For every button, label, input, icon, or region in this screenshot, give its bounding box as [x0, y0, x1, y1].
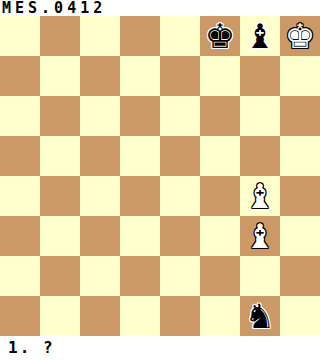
square-b1[interactable]: [40, 296, 80, 336]
square-d4[interactable]: [120, 176, 160, 216]
square-e5[interactable]: [160, 136, 200, 176]
square-h1[interactable]: [280, 296, 320, 336]
header-bar: MES.0412: [0, 0, 320, 16]
square-g3[interactable]: ♝: [240, 216, 280, 256]
square-h6[interactable]: [280, 96, 320, 136]
white-bishop-g3: ♝: [245, 216, 275, 256]
square-f8[interactable]: ♚: [200, 16, 240, 56]
square-e1[interactable]: [160, 296, 200, 336]
square-f4[interactable]: [200, 176, 240, 216]
square-a5[interactable]: [0, 136, 40, 176]
square-c5[interactable]: [80, 136, 120, 176]
square-e7[interactable]: [160, 56, 200, 96]
square-c2[interactable]: [80, 256, 120, 296]
chess-board: ♚♝♚♝♝♞: [0, 16, 320, 336]
square-h8[interactable]: ♚: [280, 16, 320, 56]
square-g8[interactable]: ♝: [240, 16, 280, 56]
black-bishop-g8: ♝: [245, 16, 275, 56]
square-a4[interactable]: [0, 176, 40, 216]
square-d7[interactable]: [120, 56, 160, 96]
footer-bar: 1. ?: [0, 336, 320, 360]
problem-id-label: MES.0412: [2, 0, 106, 16]
square-e4[interactable]: [160, 176, 200, 216]
square-b8[interactable]: [40, 16, 80, 56]
square-b4[interactable]: [40, 176, 80, 216]
square-d3[interactable]: [120, 216, 160, 256]
square-c6[interactable]: [80, 96, 120, 136]
move-prompt-label: 1. ?: [8, 336, 55, 360]
square-h7[interactable]: [280, 56, 320, 96]
square-h5[interactable]: [280, 136, 320, 176]
square-d2[interactable]: [120, 256, 160, 296]
square-e6[interactable]: [160, 96, 200, 136]
square-b5[interactable]: [40, 136, 80, 176]
square-b3[interactable]: [40, 216, 80, 256]
square-b2[interactable]: [40, 256, 80, 296]
square-f2[interactable]: [200, 256, 240, 296]
square-g5[interactable]: [240, 136, 280, 176]
square-c4[interactable]: [80, 176, 120, 216]
square-f3[interactable]: [200, 216, 240, 256]
square-g6[interactable]: [240, 96, 280, 136]
square-h4[interactable]: [280, 176, 320, 216]
square-d6[interactable]: [120, 96, 160, 136]
square-b7[interactable]: [40, 56, 80, 96]
square-a8[interactable]: [0, 16, 40, 56]
square-c8[interactable]: [80, 16, 120, 56]
square-e8[interactable]: [160, 16, 200, 56]
chess-problem-screen: MES.0412 ♚♝♚♝♝♞ 1. ?: [0, 0, 320, 360]
white-king-h8: ♚: [285, 16, 315, 56]
square-e2[interactable]: [160, 256, 200, 296]
square-d1[interactable]: [120, 296, 160, 336]
square-g7[interactable]: [240, 56, 280, 96]
square-f5[interactable]: [200, 136, 240, 176]
square-g4[interactable]: ♝: [240, 176, 280, 216]
square-a7[interactable]: [0, 56, 40, 96]
square-b6[interactable]: [40, 96, 80, 136]
square-g2[interactable]: [240, 256, 280, 296]
black-king-f8: ♚: [205, 16, 235, 56]
square-d5[interactable]: [120, 136, 160, 176]
square-a1[interactable]: [0, 296, 40, 336]
square-a2[interactable]: [0, 256, 40, 296]
square-f6[interactable]: [200, 96, 240, 136]
square-e3[interactable]: [160, 216, 200, 256]
square-h3[interactable]: [280, 216, 320, 256]
square-a6[interactable]: [0, 96, 40, 136]
square-g1[interactable]: ♞: [240, 296, 280, 336]
square-c3[interactable]: [80, 216, 120, 256]
square-a3[interactable]: [0, 216, 40, 256]
black-knight-g1: ♞: [245, 296, 275, 336]
square-h2[interactable]: [280, 256, 320, 296]
square-f1[interactable]: [200, 296, 240, 336]
square-f7[interactable]: [200, 56, 240, 96]
white-bishop-g4: ♝: [245, 176, 275, 216]
square-c7[interactable]: [80, 56, 120, 96]
square-c1[interactable]: [80, 296, 120, 336]
square-d8[interactable]: [120, 16, 160, 56]
